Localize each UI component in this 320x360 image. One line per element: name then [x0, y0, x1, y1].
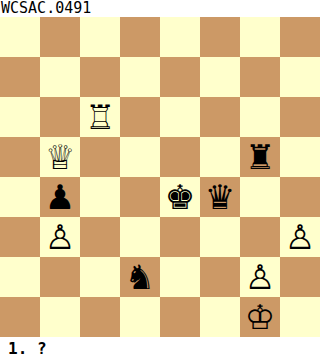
square-d8[interactable] — [120, 17, 160, 57]
square-c7[interactable] — [80, 57, 120, 97]
square-b2[interactable] — [40, 257, 80, 297]
square-e4[interactable]: ♚ — [160, 177, 200, 217]
footer-bar: 1. ? — [0, 337, 320, 360]
white-queen-icon: ♕ — [45, 137, 75, 177]
square-b5[interactable]: ♕ — [40, 137, 80, 177]
square-c5[interactable] — [80, 137, 120, 177]
square-c4[interactable] — [80, 177, 120, 217]
black-pawn-icon: ♟ — [45, 177, 75, 217]
square-f4[interactable]: ♛ — [200, 177, 240, 217]
square-c1[interactable] — [80, 297, 120, 337]
square-g5[interactable]: ♜ — [240, 137, 280, 177]
square-e1[interactable] — [160, 297, 200, 337]
square-d6[interactable] — [120, 97, 160, 137]
square-a7[interactable] — [0, 57, 40, 97]
square-b3[interactable]: ♙ — [40, 217, 80, 257]
black-rook-icon: ♜ — [245, 137, 275, 177]
square-a2[interactable] — [0, 257, 40, 297]
square-d7[interactable] — [120, 57, 160, 97]
square-d4[interactable] — [120, 177, 160, 217]
square-a5[interactable] — [0, 137, 40, 177]
square-h4[interactable] — [280, 177, 320, 217]
square-b7[interactable] — [40, 57, 80, 97]
black-king-icon: ♚ — [165, 177, 195, 217]
square-b6[interactable] — [40, 97, 80, 137]
square-b8[interactable] — [40, 17, 80, 57]
square-c2[interactable] — [80, 257, 120, 297]
square-e7[interactable] — [160, 57, 200, 97]
square-g7[interactable] — [240, 57, 280, 97]
square-g6[interactable] — [240, 97, 280, 137]
square-e8[interactable] — [160, 17, 200, 57]
square-g1[interactable]: ♔ — [240, 297, 280, 337]
title-bar: WCSAC.0491 — [0, 0, 320, 17]
white-pawn-icon: ♙ — [245, 257, 275, 297]
puzzle-title: WCSAC.0491 — [0, 0, 91, 17]
square-c3[interactable] — [80, 217, 120, 257]
white-pawn-icon: ♙ — [285, 217, 315, 257]
square-a1[interactable] — [0, 297, 40, 337]
square-c8[interactable] — [80, 17, 120, 57]
chess-board: ♖♕♜♟♚♛♙♙♞♙♔ — [0, 17, 320, 337]
square-h1[interactable] — [280, 297, 320, 337]
square-e6[interactable] — [160, 97, 200, 137]
square-e2[interactable] — [160, 257, 200, 297]
square-f3[interactable] — [200, 217, 240, 257]
black-knight-icon: ♞ — [125, 257, 155, 297]
square-d5[interactable] — [120, 137, 160, 177]
square-h6[interactable] — [280, 97, 320, 137]
square-g4[interactable] — [240, 177, 280, 217]
square-h3[interactable]: ♙ — [280, 217, 320, 257]
white-king-icon: ♔ — [245, 297, 275, 337]
white-pawn-icon: ♙ — [45, 217, 75, 257]
square-a3[interactable] — [0, 217, 40, 257]
square-d2[interactable]: ♞ — [120, 257, 160, 297]
chess-puzzle-window: WCSAC.0491 ♖♕♜♟♚♛♙♙♞♙♔ 1. ? — [0, 0, 320, 360]
square-c6[interactable]: ♖ — [80, 97, 120, 137]
square-h8[interactable] — [280, 17, 320, 57]
white-rook-icon: ♖ — [85, 97, 115, 137]
square-a4[interactable] — [0, 177, 40, 217]
black-queen-icon: ♛ — [205, 177, 235, 217]
square-g3[interactable] — [240, 217, 280, 257]
square-a8[interactable] — [0, 17, 40, 57]
square-b1[interactable] — [40, 297, 80, 337]
move-prompt: 1. ? — [0, 339, 47, 358]
square-h5[interactable] — [280, 137, 320, 177]
square-f1[interactable] — [200, 297, 240, 337]
square-g2[interactable]: ♙ — [240, 257, 280, 297]
square-f2[interactable] — [200, 257, 240, 297]
square-h7[interactable] — [280, 57, 320, 97]
square-d3[interactable] — [120, 217, 160, 257]
square-d1[interactable] — [120, 297, 160, 337]
square-e3[interactable] — [160, 217, 200, 257]
square-g8[interactable] — [240, 17, 280, 57]
square-f7[interactable] — [200, 57, 240, 97]
square-f5[interactable] — [200, 137, 240, 177]
square-f6[interactable] — [200, 97, 240, 137]
square-f8[interactable] — [200, 17, 240, 57]
square-e5[interactable] — [160, 137, 200, 177]
square-b4[interactable]: ♟ — [40, 177, 80, 217]
square-a6[interactable] — [0, 97, 40, 137]
square-h2[interactable] — [280, 257, 320, 297]
